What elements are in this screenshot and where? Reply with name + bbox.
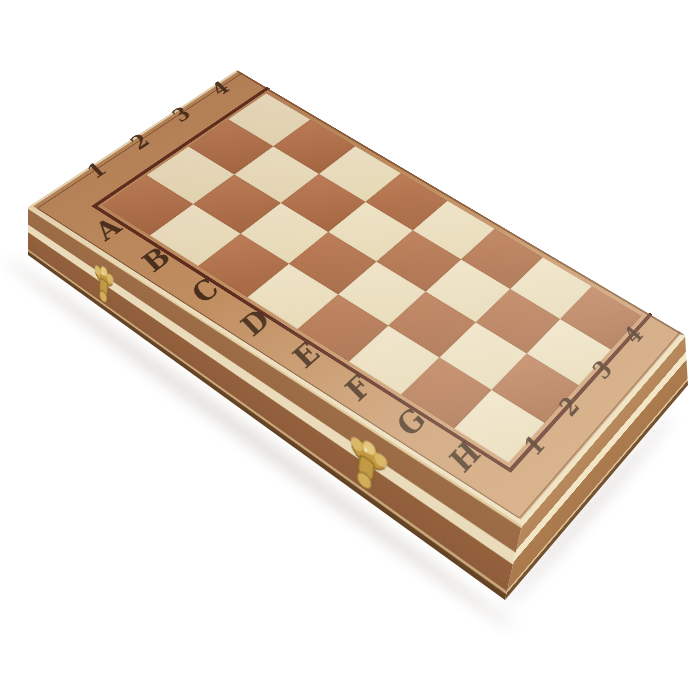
product-photo: ABCDEFGH 4321 4321 <box>0 0 700 700</box>
clasp-icon <box>90 257 119 314</box>
brass-clasp-left <box>90 257 119 314</box>
